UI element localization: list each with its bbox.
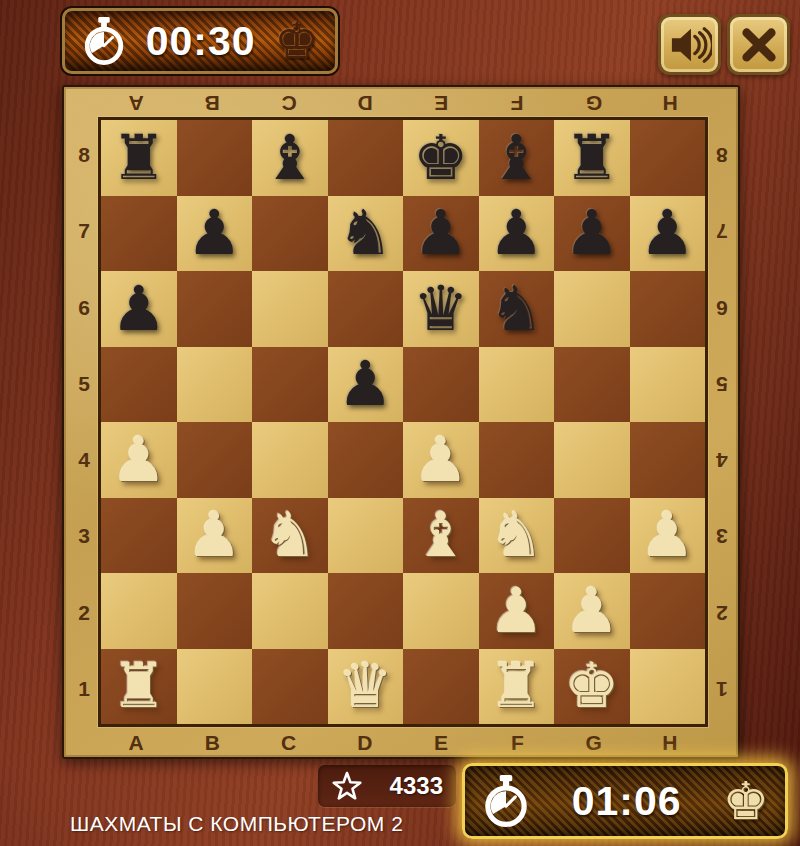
piece-black-pawn-f7[interactable]: ♟	[488, 202, 544, 264]
coord-label-g: G	[556, 730, 632, 756]
square-g5[interactable]	[554, 347, 630, 423]
piece-white-queen-d1[interactable]: ♛	[337, 655, 393, 717]
stopwatch-icon	[481, 774, 531, 828]
sound-button[interactable]	[658, 14, 721, 75]
square-f2[interactable]: ♟	[479, 573, 555, 649]
square-d1[interactable]: ♛	[328, 649, 404, 725]
square-c4[interactable]	[252, 422, 328, 498]
coord-label-1: 1	[709, 651, 735, 727]
square-f8[interactable]: ♝	[479, 120, 555, 196]
square-c6[interactable]	[252, 271, 328, 347]
square-h5[interactable]	[630, 347, 706, 423]
square-h3[interactable]: ♟	[630, 498, 706, 574]
piece-white-rook-a1[interactable]: ♜	[111, 655, 167, 717]
square-c1[interactable]	[252, 649, 328, 725]
piece-black-rook-a8[interactable]: ♜	[111, 127, 167, 189]
piece-black-pawn-d5[interactable]: ♟	[337, 353, 393, 415]
square-a7[interactable]	[101, 196, 177, 272]
white-clock: 01:06 ♚	[462, 763, 788, 839]
square-h4[interactable]	[630, 422, 706, 498]
piece-white-pawn-h3[interactable]: ♟	[639, 504, 695, 566]
square-g8[interactable]: ♜	[554, 120, 630, 196]
square-d2[interactable]	[328, 573, 404, 649]
square-b3[interactable]: ♟	[177, 498, 253, 574]
stopwatch-icon	[81, 16, 127, 66]
square-b1[interactable]	[177, 649, 253, 725]
square-a8[interactable]: ♜	[101, 120, 177, 196]
square-e5[interactable]	[403, 347, 479, 423]
rating-value: 4333	[390, 772, 443, 800]
coord-label-7: 7	[709, 193, 735, 269]
coord-label-b: B	[174, 90, 250, 116]
piece-white-pawn-b3[interactable]: ♟	[186, 504, 242, 566]
piece-black-pawn-b7[interactable]: ♟	[186, 202, 242, 264]
coord-label-6: 6	[71, 270, 97, 346]
coord-label-8: 8	[71, 117, 97, 193]
square-f4[interactable]	[479, 422, 555, 498]
coord-label-f: F	[479, 730, 555, 756]
coord-label-7: 7	[71, 193, 97, 269]
rank-labels-right: 87654321	[709, 117, 735, 727]
coord-label-h: H	[632, 730, 708, 756]
white-time: 01:06	[572, 778, 682, 825]
piece-black-pawn-g7[interactable]: ♟	[564, 202, 620, 264]
square-b6[interactable]	[177, 271, 253, 347]
close-button[interactable]	[727, 14, 790, 75]
square-d6[interactable]	[328, 271, 404, 347]
rating-badge: 4333	[318, 765, 456, 807]
coord-label-h: H	[632, 90, 708, 116]
square-e7[interactable]: ♟	[403, 196, 479, 272]
square-g6[interactable]	[554, 271, 630, 347]
square-c2[interactable]	[252, 573, 328, 649]
coord-label-d: D	[327, 730, 403, 756]
piece-black-pawn-a6[interactable]: ♟	[111, 278, 167, 340]
game-screen: 00:30 ♚ ABCDEFGH ABCDEFGH 87654321 87654…	[0, 0, 800, 846]
piece-white-bishop-e3[interactable]: ♝	[413, 504, 469, 566]
file-labels-bottom: ABCDEFGH	[98, 730, 708, 756]
square-c5[interactable]	[252, 347, 328, 423]
square-h6[interactable]	[630, 271, 706, 347]
speaker-icon	[668, 25, 712, 65]
coord-label-4: 4	[71, 422, 97, 498]
square-g1[interactable]: ♚	[554, 649, 630, 725]
square-a2[interactable]	[101, 573, 177, 649]
square-c3[interactable]: ♞	[252, 498, 328, 574]
rank-labels-left: 87654321	[71, 117, 97, 727]
square-b2[interactable]	[177, 573, 253, 649]
square-d3[interactable]	[328, 498, 404, 574]
square-f1[interactable]: ♜	[479, 649, 555, 725]
square-a5[interactable]	[101, 347, 177, 423]
piece-black-knight-f6[interactable]: ♞	[488, 278, 544, 340]
coord-label-d: D	[327, 90, 403, 116]
square-f3[interactable]: ♞	[479, 498, 555, 574]
square-e3[interactable]: ♝	[403, 498, 479, 574]
square-d8[interactable]	[328, 120, 404, 196]
square-e2[interactable]	[403, 573, 479, 649]
black-king-icon: ♚	[274, 16, 319, 66]
square-h8[interactable]	[630, 120, 706, 196]
piece-white-rook-f1[interactable]: ♜	[488, 655, 544, 717]
coord-label-1: 1	[71, 651, 97, 727]
square-f5[interactable]	[479, 347, 555, 423]
piece-black-king-e8[interactable]: ♚	[413, 127, 469, 189]
piece-black-bishop-f8[interactable]: ♝	[488, 127, 544, 189]
piece-white-knight-f3[interactable]: ♞	[488, 504, 544, 566]
coord-label-8: 8	[709, 117, 735, 193]
piece-white-knight-c3[interactable]: ♞	[262, 504, 318, 566]
square-d4[interactable]	[328, 422, 404, 498]
coord-label-3: 3	[71, 498, 97, 574]
square-d7[interactable]: ♞	[328, 196, 404, 272]
square-c7[interactable]	[252, 196, 328, 272]
coord-label-b: B	[174, 730, 250, 756]
black-clock: 00:30 ♚	[62, 8, 338, 74]
star-icon	[331, 770, 363, 802]
square-h2[interactable]	[630, 573, 706, 649]
square-d5[interactable]: ♟	[328, 347, 404, 423]
square-f7[interactable]: ♟	[479, 196, 555, 272]
black-time: 00:30	[146, 18, 256, 65]
coord-label-e: E	[403, 730, 479, 756]
coord-label-g: G	[556, 90, 632, 116]
coord-label-f: F	[479, 90, 555, 116]
coord-label-e: E	[403, 90, 479, 116]
coord-label-3: 3	[709, 498, 735, 574]
board-frame: ABCDEFGH ABCDEFGH 87654321 87654321 ♜♝♚♝…	[62, 85, 740, 759]
square-f6[interactable]: ♞	[479, 271, 555, 347]
square-e8[interactable]: ♚	[403, 120, 479, 196]
coord-label-a: A	[98, 730, 174, 756]
piece-white-pawn-e4[interactable]: ♟	[413, 429, 469, 491]
chess-board: ♜♝♚♝♜♟♞♟♟♟♟♟♛♞♟♟♟♟♞♝♞♟♟♟♜♛♜♚	[98, 117, 708, 727]
square-a4[interactable]: ♟	[101, 422, 177, 498]
square-a3[interactable]	[101, 498, 177, 574]
square-e4[interactable]: ♟	[403, 422, 479, 498]
square-b7[interactable]: ♟	[177, 196, 253, 272]
white-king-icon: ♚	[722, 775, 769, 827]
piece-white-pawn-g2[interactable]: ♟	[564, 580, 620, 642]
close-icon	[740, 26, 778, 64]
game-title: ШАХМАТЫ С КОМПЬЮТЕРОМ 2	[70, 812, 403, 836]
square-g4[interactable]	[554, 422, 630, 498]
piece-black-queen-e6[interactable]: ♛	[413, 278, 469, 340]
square-e1[interactable]	[403, 649, 479, 725]
square-h1[interactable]	[630, 649, 706, 725]
square-a6[interactable]: ♟	[101, 271, 177, 347]
piece-white-pawn-f2[interactable]: ♟	[488, 580, 544, 642]
square-b4[interactable]	[177, 422, 253, 498]
square-g3[interactable]	[554, 498, 630, 574]
coord-label-4: 4	[709, 422, 735, 498]
piece-black-knight-d7[interactable]: ♞	[337, 202, 393, 264]
coord-label-2: 2	[709, 575, 735, 651]
piece-black-pawn-e7[interactable]: ♟	[413, 202, 469, 264]
square-c8[interactable]: ♝	[252, 120, 328, 196]
piece-black-pawn-h7[interactable]: ♟	[639, 202, 695, 264]
coord-label-6: 6	[709, 270, 735, 346]
piece-black-rook-g8[interactable]: ♜	[564, 127, 620, 189]
coord-label-c: C	[251, 90, 327, 116]
square-b8[interactable]	[177, 120, 253, 196]
square-a1[interactable]: ♜	[101, 649, 177, 725]
coord-label-c: C	[251, 730, 327, 756]
coord-label-2: 2	[71, 575, 97, 651]
coord-label-5: 5	[71, 346, 97, 422]
piece-white-king-g1[interactable]: ♚	[564, 655, 620, 717]
square-b5[interactable]	[177, 347, 253, 423]
square-g2[interactable]: ♟	[554, 573, 630, 649]
piece-black-bishop-c8[interactable]: ♝	[262, 127, 318, 189]
piece-white-pawn-a4[interactable]: ♟	[111, 429, 167, 491]
coord-label-a: A	[98, 90, 174, 116]
square-e6[interactable]: ♛	[403, 271, 479, 347]
square-h7[interactable]: ♟	[630, 196, 706, 272]
file-labels-top: ABCDEFGH	[98, 90, 708, 116]
square-g7[interactable]: ♟	[554, 196, 630, 272]
coord-label-5: 5	[709, 346, 735, 422]
